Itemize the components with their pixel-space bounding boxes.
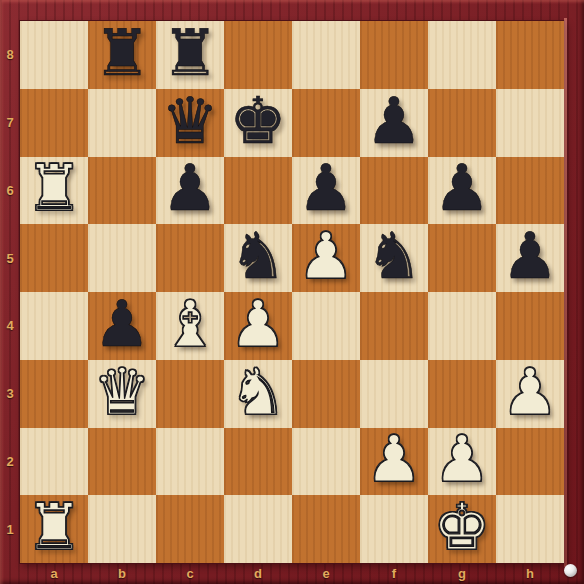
square-e1[interactable] xyxy=(292,495,360,563)
square-f2[interactable]: ♟ xyxy=(360,428,428,496)
square-d3[interactable]: ♞ xyxy=(224,360,292,428)
square-b6[interactable] xyxy=(88,157,156,225)
file-label-f: f xyxy=(360,563,428,584)
square-a3[interactable] xyxy=(20,360,88,428)
square-c1[interactable] xyxy=(156,495,224,563)
square-d8[interactable] xyxy=(224,21,292,89)
square-h5[interactable]: ♟ xyxy=(496,224,564,292)
square-d5[interactable]: ♞ xyxy=(224,224,292,292)
square-c5[interactable] xyxy=(156,224,224,292)
square-c8[interactable]: ♜ xyxy=(156,21,224,89)
piece-black-pawn[interactable]: ♟ xyxy=(365,89,422,153)
rank-label-6: 6 xyxy=(0,157,20,225)
piece-black-rook[interactable]: ♜ xyxy=(161,21,218,85)
piece-white-pawn[interactable]: ♟ xyxy=(229,292,286,356)
square-e7[interactable] xyxy=(292,89,360,157)
square-e5[interactable]: ♟ xyxy=(292,224,360,292)
frame-bevel-highlight xyxy=(564,18,567,567)
square-a7[interactable] xyxy=(20,89,88,157)
square-g7[interactable] xyxy=(428,89,496,157)
chessboard: ♜♜♛♚♟♜♟♟♟♞♟♞♟♟♝♟♛♞♟♟♟♜♚ xyxy=(20,21,564,563)
rank-label-5: 5 xyxy=(0,224,20,292)
square-e3[interactable] xyxy=(292,360,360,428)
file-label-a: a xyxy=(20,563,88,584)
square-b1[interactable] xyxy=(88,495,156,563)
square-g6[interactable]: ♟ xyxy=(428,157,496,225)
square-g8[interactable] xyxy=(428,21,496,89)
file-label-g: g xyxy=(428,563,496,584)
piece-black-pawn[interactable]: ♟ xyxy=(161,156,218,220)
square-f5[interactable]: ♞ xyxy=(360,224,428,292)
piece-white-pawn[interactable]: ♟ xyxy=(297,224,354,288)
rank-label-2: 2 xyxy=(0,428,20,496)
piece-black-pawn[interactable]: ♟ xyxy=(93,292,150,356)
square-b3[interactable]: ♛ xyxy=(88,360,156,428)
square-f6[interactable] xyxy=(360,157,428,225)
piece-black-king[interactable]: ♚ xyxy=(229,89,286,153)
piece-black-pawn[interactable]: ♟ xyxy=(297,156,354,220)
square-f3[interactable] xyxy=(360,360,428,428)
square-h2[interactable] xyxy=(496,428,564,496)
square-a4[interactable] xyxy=(20,292,88,360)
square-a1[interactable]: ♜ xyxy=(20,495,88,563)
rank-label-7: 7 xyxy=(0,89,20,157)
piece-white-bishop[interactable]: ♝ xyxy=(161,292,218,356)
square-b4[interactable]: ♟ xyxy=(88,292,156,360)
piece-black-pawn[interactable]: ♟ xyxy=(433,156,490,220)
chessboard-frame: ♜♜♛♚♟♜♟♟♟♞♟♞♟♟♝♟♛♞♟♟♟♜♚ 87654321 abcdefg… xyxy=(0,0,584,584)
piece-black-rook[interactable]: ♜ xyxy=(93,21,150,85)
file-label-d: d xyxy=(224,563,292,584)
rank-label-4: 4 xyxy=(0,292,20,360)
square-h4[interactable] xyxy=(496,292,564,360)
square-d1[interactable] xyxy=(224,495,292,563)
piece-black-knight[interactable]: ♞ xyxy=(365,224,422,288)
square-h8[interactable] xyxy=(496,21,564,89)
square-d7[interactable]: ♚ xyxy=(224,89,292,157)
piece-white-pawn[interactable]: ♟ xyxy=(433,427,490,491)
piece-black-pawn[interactable]: ♟ xyxy=(501,224,558,288)
rank-label-1: 1 xyxy=(0,495,20,563)
square-b5[interactable] xyxy=(88,224,156,292)
square-h3[interactable]: ♟ xyxy=(496,360,564,428)
square-b7[interactable] xyxy=(88,89,156,157)
square-d4[interactable]: ♟ xyxy=(224,292,292,360)
square-e4[interactable] xyxy=(292,292,360,360)
square-c7[interactable]: ♛ xyxy=(156,89,224,157)
piece-white-rook[interactable]: ♜ xyxy=(25,156,82,220)
square-f4[interactable] xyxy=(360,292,428,360)
square-b8[interactable]: ♜ xyxy=(88,21,156,89)
rank-label-3: 3 xyxy=(0,360,20,428)
square-a6[interactable]: ♜ xyxy=(20,157,88,225)
square-f8[interactable] xyxy=(360,21,428,89)
file-labels: abcdefgh xyxy=(20,563,564,584)
square-g1[interactable]: ♚ xyxy=(428,495,496,563)
square-e6[interactable]: ♟ xyxy=(292,157,360,225)
square-d6[interactable] xyxy=(224,157,292,225)
square-c2[interactable] xyxy=(156,428,224,496)
piece-white-pawn[interactable]: ♟ xyxy=(365,427,422,491)
square-a8[interactable] xyxy=(20,21,88,89)
square-d2[interactable] xyxy=(224,428,292,496)
piece-white-knight[interactable]: ♞ xyxy=(229,360,286,424)
piece-white-rook[interactable]: ♜ xyxy=(25,495,82,559)
white-to-move-indicator xyxy=(564,564,577,577)
square-g2[interactable]: ♟ xyxy=(428,428,496,496)
square-g5[interactable] xyxy=(428,224,496,292)
square-e2[interactable] xyxy=(292,428,360,496)
file-label-c: c xyxy=(156,563,224,584)
square-h7[interactable] xyxy=(496,89,564,157)
piece-white-queen[interactable]: ♛ xyxy=(93,360,150,424)
square-f1[interactable] xyxy=(360,495,428,563)
rank-label-8: 8 xyxy=(0,21,20,89)
piece-black-queen[interactable]: ♛ xyxy=(161,89,218,153)
rank-labels: 87654321 xyxy=(0,21,20,563)
square-c6[interactable]: ♟ xyxy=(156,157,224,225)
piece-white-pawn[interactable]: ♟ xyxy=(501,360,558,424)
square-a2[interactable] xyxy=(20,428,88,496)
square-h1[interactable] xyxy=(496,495,564,563)
square-c3[interactable] xyxy=(156,360,224,428)
square-h6[interactable] xyxy=(496,157,564,225)
file-label-h: h xyxy=(496,563,564,584)
square-g4[interactable] xyxy=(428,292,496,360)
square-f7[interactable]: ♟ xyxy=(360,89,428,157)
file-label-e: e xyxy=(292,563,360,584)
square-a5[interactable] xyxy=(20,224,88,292)
square-b2[interactable] xyxy=(88,428,156,496)
square-c4[interactable]: ♝ xyxy=(156,292,224,360)
file-label-b: b xyxy=(88,563,156,584)
piece-black-knight[interactable]: ♞ xyxy=(229,224,286,288)
square-g3[interactable] xyxy=(428,360,496,428)
square-e8[interactable] xyxy=(292,21,360,89)
piece-white-king[interactable]: ♚ xyxy=(433,495,490,559)
